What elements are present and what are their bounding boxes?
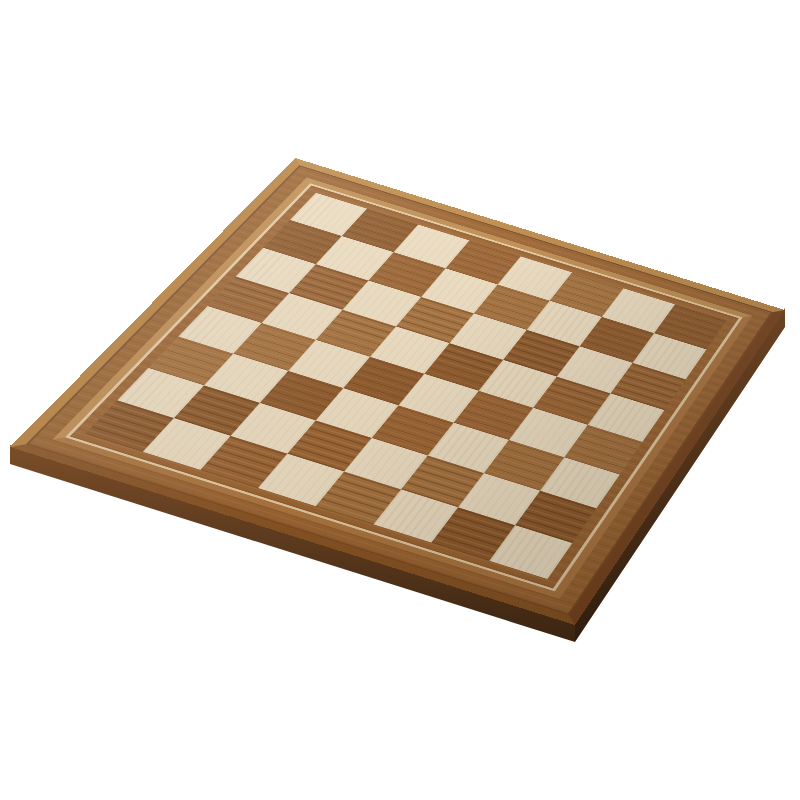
product-photo-stage — [0, 0, 800, 800]
